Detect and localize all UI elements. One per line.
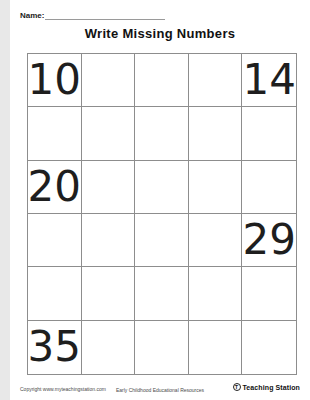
grid-cell-blank[interactable] — [242, 267, 296, 320]
grid-cell-filled: 10 — [28, 54, 82, 107]
footer-center-text: Early Childhood Educational Resources — [116, 387, 204, 393]
grid-cell-blank[interactable] — [28, 214, 82, 267]
brand-name: Teaching Station — [243, 384, 300, 391]
page-title: Write Missing Numbers — [10, 26, 310, 41]
grid-cell-filled: 29 — [242, 214, 296, 267]
grid-cell-blank[interactable] — [189, 267, 243, 320]
grid-cell-blank[interactable] — [82, 321, 136, 374]
grid-cell-blank[interactable] — [82, 161, 136, 214]
grid-cell-blank[interactable] — [189, 54, 243, 107]
grid-cell-blank[interactable] — [189, 321, 243, 374]
grid-cell-blank[interactable] — [28, 267, 82, 320]
grid-cell-blank[interactable] — [135, 161, 189, 214]
grid-cell-blank[interactable] — [135, 321, 189, 374]
grid-cell-blank[interactable] — [242, 321, 296, 374]
grid-cell-blank[interactable] — [82, 214, 136, 267]
grid-cell-blank[interactable] — [135, 107, 189, 160]
grid-cell-blank[interactable] — [82, 107, 136, 160]
name-input-line[interactable] — [45, 11, 165, 20]
brand-logo: T Teaching Station — [233, 383, 300, 391]
grid-cell-filled: 35 — [28, 321, 82, 374]
grid-cell-blank[interactable] — [82, 267, 136, 320]
worksheet-page: Name: Write Missing Numbers 1014202935 C… — [10, 0, 310, 400]
grid-cell-blank[interactable] — [135, 214, 189, 267]
grid-cell-blank[interactable] — [135, 54, 189, 107]
grid-cell-blank[interactable] — [82, 54, 136, 107]
grid-cell-blank[interactable] — [242, 161, 296, 214]
grid-cell-filled: 14 — [242, 54, 296, 107]
grid-cell-blank[interactable] — [189, 161, 243, 214]
grid-cell-blank[interactable] — [189, 214, 243, 267]
grid-cell-blank[interactable] — [28, 107, 82, 160]
grid-cell-blank[interactable] — [135, 267, 189, 320]
name-label: Name: — [20, 11, 44, 20]
teaching-station-icon: T — [233, 383, 241, 391]
grid-cell-filled: 20 — [28, 161, 82, 214]
footer: Copyright www.myteachingstation.com Earl… — [10, 382, 310, 396]
grid-cell-blank[interactable] — [189, 107, 243, 160]
number-grid: 1014202935 — [27, 53, 297, 375]
grid-cell-blank[interactable] — [242, 107, 296, 160]
copyright-text: Copyright www.myteachingstation.com — [20, 386, 106, 392]
name-row: Name: — [20, 11, 165, 20]
